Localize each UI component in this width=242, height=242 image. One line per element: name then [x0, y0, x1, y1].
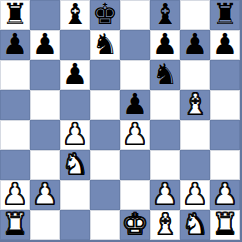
square-g7[interactable]: ♟: [180, 30, 210, 60]
square-h6[interactable]: [210, 60, 240, 90]
square-e5[interactable]: ♟: [120, 90, 150, 120]
square-f3[interactable]: [150, 150, 180, 180]
white-pawn[interactable]: ♟: [182, 180, 208, 209]
square-e3[interactable]: [120, 150, 150, 180]
chess-board-container: ♜♝♚♝♜♟♟♞♟♟♟♟♞♟♝♟♟♞♟♟♟♟♟♜♚♝♞♜: [0, 0, 242, 242]
white-pawn[interactable]: ♟: [32, 180, 58, 209]
square-f1[interactable]: ♝: [150, 210, 180, 240]
square-g1[interactable]: ♞: [180, 210, 210, 240]
square-a5[interactable]: [0, 90, 30, 120]
square-d3[interactable]: [90, 150, 120, 180]
square-e8[interactable]: [120, 0, 150, 30]
square-c8[interactable]: ♝: [60, 0, 90, 30]
black-pawn[interactable]: ♟: [152, 30, 178, 59]
square-e2[interactable]: [120, 180, 150, 210]
square-b7[interactable]: ♟: [30, 30, 60, 60]
square-b1[interactable]: [30, 210, 60, 240]
square-c2[interactable]: [60, 180, 90, 210]
square-e4[interactable]: ♟: [120, 120, 150, 150]
square-d1[interactable]: [90, 210, 120, 240]
square-d4[interactable]: [90, 120, 120, 150]
black-pawn[interactable]: ♟: [122, 90, 148, 119]
black-bishop[interactable]: ♝: [62, 0, 88, 29]
square-c7[interactable]: [60, 30, 90, 60]
square-a6[interactable]: [0, 60, 30, 90]
square-f7[interactable]: ♟: [150, 30, 180, 60]
white-pawn[interactable]: ♟: [62, 120, 88, 149]
black-rook[interactable]: ♜: [212, 0, 238, 29]
square-f6[interactable]: ♞: [150, 60, 180, 90]
square-d5[interactable]: [90, 90, 120, 120]
black-knight[interactable]: ♞: [92, 30, 118, 59]
square-h3[interactable]: [210, 150, 240, 180]
square-h1[interactable]: ♜: [210, 210, 240, 240]
square-a3[interactable]: [0, 150, 30, 180]
square-c5[interactable]: [60, 90, 90, 120]
black-rook[interactable]: ♜: [2, 0, 28, 29]
square-a4[interactable]: [0, 120, 30, 150]
square-a2[interactable]: ♟: [0, 180, 30, 210]
square-h7[interactable]: ♟: [210, 30, 240, 60]
black-knight[interactable]: ♞: [152, 60, 178, 89]
square-h4[interactable]: [210, 120, 240, 150]
square-f4[interactable]: [150, 120, 180, 150]
square-g5[interactable]: ♝: [180, 90, 210, 120]
square-f5[interactable]: [150, 90, 180, 120]
square-g4[interactable]: [180, 120, 210, 150]
square-d8[interactable]: ♚: [90, 0, 120, 30]
black-pawn[interactable]: ♟: [62, 60, 88, 89]
white-pawn[interactable]: ♟: [212, 180, 238, 209]
square-f8[interactable]: ♝: [150, 0, 180, 30]
square-h5[interactable]: [210, 90, 240, 120]
square-f2[interactable]: ♟: [150, 180, 180, 210]
square-g2[interactable]: ♟: [180, 180, 210, 210]
square-a7[interactable]: ♟: [0, 30, 30, 60]
white-rook[interactable]: ♜: [2, 210, 28, 239]
square-c3[interactable]: ♞: [60, 150, 90, 180]
square-a1[interactable]: ♜: [0, 210, 30, 240]
black-king[interactable]: ♚: [92, 0, 118, 29]
square-e6[interactable]: [120, 60, 150, 90]
black-bishop[interactable]: ♝: [152, 0, 178, 29]
black-pawn[interactable]: ♟: [2, 30, 28, 59]
white-pawn[interactable]: ♟: [152, 180, 178, 209]
white-knight[interactable]: ♞: [182, 210, 208, 239]
white-king[interactable]: ♚: [122, 210, 148, 239]
square-c1[interactable]: [60, 210, 90, 240]
square-g3[interactable]: [180, 150, 210, 180]
square-h8[interactable]: ♜: [210, 0, 240, 30]
square-g6[interactable]: [180, 60, 210, 90]
white-rook[interactable]: ♜: [212, 210, 238, 239]
square-e1[interactable]: ♚: [120, 210, 150, 240]
square-d7[interactable]: ♞: [90, 30, 120, 60]
white-bishop[interactable]: ♝: [152, 210, 178, 239]
white-knight[interactable]: ♞: [62, 150, 88, 179]
white-bishop[interactable]: ♝: [182, 90, 208, 119]
square-b6[interactable]: [30, 60, 60, 90]
square-h2[interactable]: ♟: [210, 180, 240, 210]
white-pawn[interactable]: ♟: [122, 120, 148, 149]
square-b8[interactable]: [30, 0, 60, 30]
square-b2[interactable]: ♟: [30, 180, 60, 210]
black-pawn[interactable]: ♟: [212, 30, 238, 59]
square-e7[interactable]: [120, 30, 150, 60]
chess-board: ♜♝♚♝♜♟♟♞♟♟♟♟♞♟♝♟♟♞♟♟♟♟♟♜♚♝♞♜: [0, 0, 242, 242]
square-c6[interactable]: ♟: [60, 60, 90, 90]
square-g8[interactable]: [180, 0, 210, 30]
square-b3[interactable]: [30, 150, 60, 180]
square-a8[interactable]: ♜: [0, 0, 30, 30]
white-pawn[interactable]: ♟: [2, 180, 28, 209]
black-pawn[interactable]: ♟: [32, 30, 58, 59]
square-b4[interactable]: [30, 120, 60, 150]
square-d2[interactable]: [90, 180, 120, 210]
square-c4[interactable]: ♟: [60, 120, 90, 150]
square-b5[interactable]: [30, 90, 60, 120]
black-pawn[interactable]: ♟: [182, 30, 208, 59]
square-d6[interactable]: [90, 60, 120, 90]
